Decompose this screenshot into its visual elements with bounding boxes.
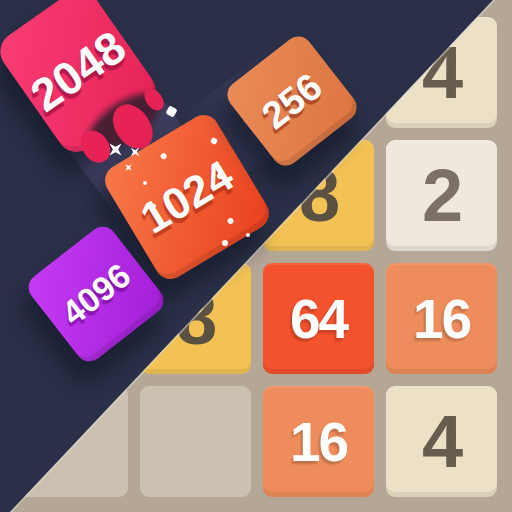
tile-value: 256 xyxy=(254,65,330,138)
game-app-icon-2048[interactable]: 48286416164 2048 1024 256 4096 xyxy=(0,0,512,512)
sparkle-dot-icon xyxy=(222,240,228,246)
grid-cell-empty xyxy=(140,386,251,497)
sparkle-dot-icon xyxy=(246,233,250,237)
sparkle-dot-icon xyxy=(143,181,147,185)
sparkle-dot-icon xyxy=(226,217,234,225)
grid-tile-64[interactable]: 64 xyxy=(263,263,374,374)
sparkle-dot-icon xyxy=(160,152,168,160)
grid-tile-16[interactable]: 16 xyxy=(263,386,374,497)
grid-tile-2[interactable]: 2 xyxy=(386,140,497,251)
tile-value: 1024 xyxy=(132,150,242,243)
tile-value: 4096 xyxy=(54,255,138,332)
grid-tile-4[interactable]: 4 xyxy=(386,386,497,497)
grid-tile-16[interactable]: 16 xyxy=(386,263,497,374)
